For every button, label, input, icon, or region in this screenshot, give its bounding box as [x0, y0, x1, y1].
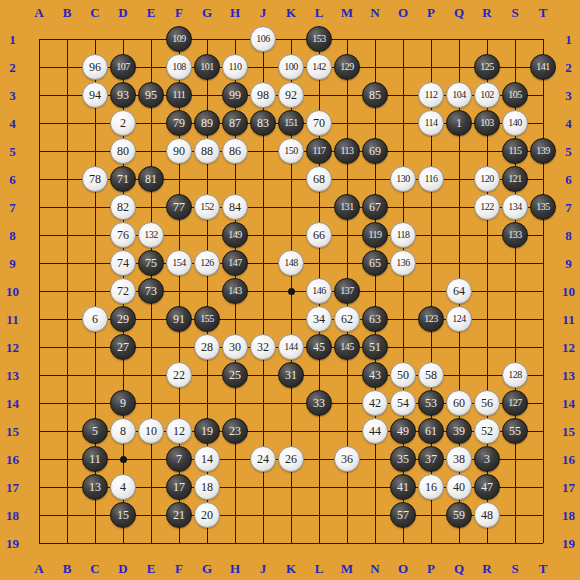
- intersection-F10[interactable]: [165, 277, 193, 305]
- intersection-J1[interactable]: 106: [249, 25, 277, 53]
- intersection-S12[interactable]: [501, 333, 529, 361]
- intersection-H9[interactable]: 147: [221, 249, 249, 277]
- intersection-H14[interactable]: [221, 389, 249, 417]
- intersection-N19[interactable]: [361, 529, 389, 557]
- intersection-T8[interactable]: [529, 221, 557, 249]
- intersection-Q1[interactable]: [445, 25, 473, 53]
- intersection-M6[interactable]: [333, 165, 361, 193]
- intersection-O5[interactable]: [389, 137, 417, 165]
- intersection-J3[interactable]: 98: [249, 81, 277, 109]
- intersection-R14[interactable]: 56: [473, 389, 501, 417]
- intersection-G13[interactable]: [193, 361, 221, 389]
- intersection-H6[interactable]: [221, 165, 249, 193]
- intersection-A13[interactable]: [25, 361, 53, 389]
- intersection-B12[interactable]: [53, 333, 81, 361]
- intersection-D1[interactable]: [109, 25, 137, 53]
- intersection-L1[interactable]: 153: [305, 25, 333, 53]
- intersection-C8[interactable]: [81, 221, 109, 249]
- intersection-P4[interactable]: 114: [417, 109, 445, 137]
- intersection-C15[interactable]: 5: [81, 417, 109, 445]
- intersection-M4[interactable]: [333, 109, 361, 137]
- intersection-T3[interactable]: [529, 81, 557, 109]
- intersection-K16[interactable]: 26: [277, 445, 305, 473]
- intersection-L10[interactable]: 146: [305, 277, 333, 305]
- intersection-L8[interactable]: 66: [305, 221, 333, 249]
- intersection-G16[interactable]: 14: [193, 445, 221, 473]
- intersection-F11[interactable]: 91: [165, 305, 193, 333]
- intersection-M14[interactable]: [333, 389, 361, 417]
- intersection-H2[interactable]: 110: [221, 53, 249, 81]
- intersection-H19[interactable]: [221, 529, 249, 557]
- intersection-G7[interactable]: 152: [193, 193, 221, 221]
- intersection-P12[interactable]: [417, 333, 445, 361]
- intersection-S19[interactable]: [501, 529, 529, 557]
- intersection-Q6[interactable]: [445, 165, 473, 193]
- intersection-L4[interactable]: 70: [305, 109, 333, 137]
- intersection-A12[interactable]: [25, 333, 53, 361]
- intersection-G11[interactable]: 155: [193, 305, 221, 333]
- intersection-N14[interactable]: 42: [361, 389, 389, 417]
- intersection-C18[interactable]: [81, 501, 109, 529]
- intersection-S18[interactable]: [501, 501, 529, 529]
- intersection-F18[interactable]: 21: [165, 501, 193, 529]
- intersection-T13[interactable]: [529, 361, 557, 389]
- intersection-M3[interactable]: [333, 81, 361, 109]
- intersection-N18[interactable]: [361, 501, 389, 529]
- intersection-J10[interactable]: [249, 277, 277, 305]
- intersection-F19[interactable]: [165, 529, 193, 557]
- intersection-C17[interactable]: 13: [81, 473, 109, 501]
- intersection-T17[interactable]: [529, 473, 557, 501]
- intersection-F6[interactable]: [165, 165, 193, 193]
- intersection-J4[interactable]: 83: [249, 109, 277, 137]
- intersection-S15[interactable]: 55: [501, 417, 529, 445]
- intersection-F5[interactable]: 90: [165, 137, 193, 165]
- intersection-T9[interactable]: [529, 249, 557, 277]
- intersection-P8[interactable]: [417, 221, 445, 249]
- intersection-P13[interactable]: 58: [417, 361, 445, 389]
- intersection-M2[interactable]: 129: [333, 53, 361, 81]
- intersection-Q2[interactable]: [445, 53, 473, 81]
- intersection-A9[interactable]: [25, 249, 53, 277]
- intersection-A8[interactable]: [25, 221, 53, 249]
- intersection-A3[interactable]: [25, 81, 53, 109]
- intersection-S9[interactable]: [501, 249, 529, 277]
- intersection-L18[interactable]: [305, 501, 333, 529]
- intersection-K15[interactable]: [277, 417, 305, 445]
- intersection-S6[interactable]: 121: [501, 165, 529, 193]
- intersection-R9[interactable]: [473, 249, 501, 277]
- intersection-N15[interactable]: 44: [361, 417, 389, 445]
- intersection-S13[interactable]: 128: [501, 361, 529, 389]
- intersection-C10[interactable]: [81, 277, 109, 305]
- intersection-H11[interactable]: [221, 305, 249, 333]
- intersection-O17[interactable]: 41: [389, 473, 417, 501]
- intersection-N9[interactable]: 65: [361, 249, 389, 277]
- intersection-G9[interactable]: 126: [193, 249, 221, 277]
- intersection-A18[interactable]: [25, 501, 53, 529]
- intersection-S3[interactable]: 105: [501, 81, 529, 109]
- intersection-R6[interactable]: 120: [473, 165, 501, 193]
- intersection-O18[interactable]: 57: [389, 501, 417, 529]
- intersection-A7[interactable]: [25, 193, 53, 221]
- intersection-B9[interactable]: [53, 249, 81, 277]
- intersection-C19[interactable]: [81, 529, 109, 557]
- intersection-J7[interactable]: [249, 193, 277, 221]
- intersection-D10[interactable]: 72: [109, 277, 137, 305]
- intersection-J14[interactable]: [249, 389, 277, 417]
- intersection-P14[interactable]: 53: [417, 389, 445, 417]
- intersection-B18[interactable]: [53, 501, 81, 529]
- intersection-D17[interactable]: 4: [109, 473, 137, 501]
- intersection-K4[interactable]: 151: [277, 109, 305, 137]
- intersection-Q4[interactable]: 1: [445, 109, 473, 137]
- intersection-Q10[interactable]: 64: [445, 277, 473, 305]
- intersection-G12[interactable]: 28: [193, 333, 221, 361]
- intersection-A17[interactable]: [25, 473, 53, 501]
- intersection-D4[interactable]: 2: [109, 109, 137, 137]
- intersection-J6[interactable]: [249, 165, 277, 193]
- intersection-R12[interactable]: [473, 333, 501, 361]
- intersection-J9[interactable]: [249, 249, 277, 277]
- intersection-C7[interactable]: [81, 193, 109, 221]
- intersection-C13[interactable]: [81, 361, 109, 389]
- intersection-A4[interactable]: [25, 109, 53, 137]
- intersection-L2[interactable]: 142: [305, 53, 333, 81]
- intersection-O14[interactable]: 54: [389, 389, 417, 417]
- intersection-O10[interactable]: [389, 277, 417, 305]
- intersection-O7[interactable]: [389, 193, 417, 221]
- intersection-P15[interactable]: 61: [417, 417, 445, 445]
- intersection-G3[interactable]: [193, 81, 221, 109]
- intersection-Q8[interactable]: [445, 221, 473, 249]
- intersection-K10[interactable]: [277, 277, 305, 305]
- intersection-K19[interactable]: [277, 529, 305, 557]
- intersection-D5[interactable]: 80: [109, 137, 137, 165]
- intersection-C11[interactable]: 6: [81, 305, 109, 333]
- intersection-N6[interactable]: [361, 165, 389, 193]
- intersection-R5[interactable]: [473, 137, 501, 165]
- intersection-D3[interactable]: 93: [109, 81, 137, 109]
- intersection-T18[interactable]: [529, 501, 557, 529]
- intersection-E17[interactable]: [137, 473, 165, 501]
- intersection-E3[interactable]: 95: [137, 81, 165, 109]
- intersection-N12[interactable]: 51: [361, 333, 389, 361]
- intersection-A14[interactable]: [25, 389, 53, 417]
- intersection-Q7[interactable]: [445, 193, 473, 221]
- intersection-R11[interactable]: [473, 305, 501, 333]
- intersection-N4[interactable]: [361, 109, 389, 137]
- intersection-C9[interactable]: [81, 249, 109, 277]
- intersection-T11[interactable]: [529, 305, 557, 333]
- intersection-T4[interactable]: [529, 109, 557, 137]
- intersection-D11[interactable]: 29: [109, 305, 137, 333]
- intersection-O8[interactable]: 118: [389, 221, 417, 249]
- intersection-D19[interactable]: [109, 529, 137, 557]
- intersection-P11[interactable]: 123: [417, 305, 445, 333]
- intersection-C4[interactable]: [81, 109, 109, 137]
- intersection-H10[interactable]: 143: [221, 277, 249, 305]
- intersection-L11[interactable]: 34: [305, 305, 333, 333]
- intersection-Q12[interactable]: [445, 333, 473, 361]
- intersection-M15[interactable]: [333, 417, 361, 445]
- intersection-P9[interactable]: [417, 249, 445, 277]
- intersection-M10[interactable]: 137: [333, 277, 361, 305]
- intersection-J8[interactable]: [249, 221, 277, 249]
- intersection-M11[interactable]: 62: [333, 305, 361, 333]
- intersection-H1[interactable]: [221, 25, 249, 53]
- intersection-O3[interactable]: [389, 81, 417, 109]
- intersection-M9[interactable]: [333, 249, 361, 277]
- intersection-S14[interactable]: 127: [501, 389, 529, 417]
- intersection-L9[interactable]: [305, 249, 333, 277]
- intersection-K18[interactable]: [277, 501, 305, 529]
- intersection-H8[interactable]: 149: [221, 221, 249, 249]
- intersection-T15[interactable]: [529, 417, 557, 445]
- intersection-K7[interactable]: [277, 193, 305, 221]
- intersection-B11[interactable]: [53, 305, 81, 333]
- intersection-P7[interactable]: [417, 193, 445, 221]
- intersection-R16[interactable]: 3: [473, 445, 501, 473]
- intersection-O15[interactable]: 49: [389, 417, 417, 445]
- intersection-B6[interactable]: [53, 165, 81, 193]
- intersection-L14[interactable]: 33: [305, 389, 333, 417]
- intersection-D12[interactable]: 27: [109, 333, 137, 361]
- intersection-G1[interactable]: [193, 25, 221, 53]
- intersection-J11[interactable]: [249, 305, 277, 333]
- intersection-R19[interactable]: [473, 529, 501, 557]
- intersection-J17[interactable]: [249, 473, 277, 501]
- intersection-M17[interactable]: [333, 473, 361, 501]
- intersection-L3[interactable]: [305, 81, 333, 109]
- intersection-G8[interactable]: [193, 221, 221, 249]
- intersection-J19[interactable]: [249, 529, 277, 557]
- intersection-O9[interactable]: 136: [389, 249, 417, 277]
- intersection-R13[interactable]: [473, 361, 501, 389]
- intersection-B2[interactable]: [53, 53, 81, 81]
- intersection-N17[interactable]: [361, 473, 389, 501]
- intersection-R8[interactable]: [473, 221, 501, 249]
- intersection-Q15[interactable]: 39: [445, 417, 473, 445]
- intersection-O11[interactable]: [389, 305, 417, 333]
- intersection-D13[interactable]: [109, 361, 137, 389]
- intersection-M16[interactable]: 36: [333, 445, 361, 473]
- intersection-B10[interactable]: [53, 277, 81, 305]
- intersection-C14[interactable]: [81, 389, 109, 417]
- intersection-L13[interactable]: [305, 361, 333, 389]
- intersection-G15[interactable]: 19: [193, 417, 221, 445]
- intersection-L15[interactable]: [305, 417, 333, 445]
- intersection-H7[interactable]: 84: [221, 193, 249, 221]
- intersection-J18[interactable]: [249, 501, 277, 529]
- intersection-S8[interactable]: 133: [501, 221, 529, 249]
- intersection-M7[interactable]: 131: [333, 193, 361, 221]
- intersection-N16[interactable]: [361, 445, 389, 473]
- intersection-S2[interactable]: [501, 53, 529, 81]
- intersection-T16[interactable]: [529, 445, 557, 473]
- intersection-K5[interactable]: 150: [277, 137, 305, 165]
- intersection-N2[interactable]: [361, 53, 389, 81]
- intersection-E13[interactable]: [137, 361, 165, 389]
- intersection-A10[interactable]: [25, 277, 53, 305]
- intersection-S1[interactable]: [501, 25, 529, 53]
- intersection-C3[interactable]: 94: [81, 81, 109, 109]
- intersection-N3[interactable]: 85: [361, 81, 389, 109]
- intersection-B15[interactable]: [53, 417, 81, 445]
- intersection-K8[interactable]: [277, 221, 305, 249]
- intersection-G14[interactable]: [193, 389, 221, 417]
- intersection-E11[interactable]: [137, 305, 165, 333]
- intersection-H18[interactable]: [221, 501, 249, 529]
- intersection-E8[interactable]: 132: [137, 221, 165, 249]
- intersection-M19[interactable]: [333, 529, 361, 557]
- intersection-S7[interactable]: 134: [501, 193, 529, 221]
- intersection-B19[interactable]: [53, 529, 81, 557]
- intersection-E14[interactable]: [137, 389, 165, 417]
- intersection-H15[interactable]: 23: [221, 417, 249, 445]
- intersection-G2[interactable]: 101: [193, 53, 221, 81]
- intersection-E12[interactable]: [137, 333, 165, 361]
- intersection-P6[interactable]: 116: [417, 165, 445, 193]
- intersection-L12[interactable]: 45: [305, 333, 333, 361]
- intersection-R1[interactable]: [473, 25, 501, 53]
- intersection-L7[interactable]: [305, 193, 333, 221]
- intersection-T2[interactable]: 141: [529, 53, 557, 81]
- intersection-G4[interactable]: 89: [193, 109, 221, 137]
- intersection-D16[interactable]: [109, 445, 137, 473]
- intersection-J16[interactable]: 24: [249, 445, 277, 473]
- intersection-A16[interactable]: [25, 445, 53, 473]
- intersection-P19[interactable]: [417, 529, 445, 557]
- intersection-T10[interactable]: [529, 277, 557, 305]
- intersection-C1[interactable]: [81, 25, 109, 53]
- intersection-A5[interactable]: [25, 137, 53, 165]
- intersection-P10[interactable]: [417, 277, 445, 305]
- intersection-M18[interactable]: [333, 501, 361, 529]
- intersection-T1[interactable]: [529, 25, 557, 53]
- intersection-R18[interactable]: 48: [473, 501, 501, 529]
- intersection-Q5[interactable]: [445, 137, 473, 165]
- intersection-B8[interactable]: [53, 221, 81, 249]
- intersection-C16[interactable]: 11: [81, 445, 109, 473]
- intersection-K2[interactable]: 100: [277, 53, 305, 81]
- intersection-O13[interactable]: 50: [389, 361, 417, 389]
- intersection-C6[interactable]: 78: [81, 165, 109, 193]
- intersection-Q11[interactable]: 124: [445, 305, 473, 333]
- intersection-E15[interactable]: 10: [137, 417, 165, 445]
- intersection-A6[interactable]: [25, 165, 53, 193]
- intersection-F4[interactable]: 79: [165, 109, 193, 137]
- intersection-N5[interactable]: 69: [361, 137, 389, 165]
- intersection-K12[interactable]: 144: [277, 333, 305, 361]
- intersection-A19[interactable]: [25, 529, 53, 557]
- intersection-H12[interactable]: 30: [221, 333, 249, 361]
- intersection-D7[interactable]: 82: [109, 193, 137, 221]
- intersection-A1[interactable]: [25, 25, 53, 53]
- intersection-J12[interactable]: 32: [249, 333, 277, 361]
- intersection-N8[interactable]: 119: [361, 221, 389, 249]
- intersection-E19[interactable]: [137, 529, 165, 557]
- intersection-D18[interactable]: 15: [109, 501, 137, 529]
- intersection-R10[interactable]: [473, 277, 501, 305]
- intersection-O19[interactable]: [389, 529, 417, 557]
- intersection-G6[interactable]: [193, 165, 221, 193]
- intersection-G10[interactable]: [193, 277, 221, 305]
- intersection-N7[interactable]: 67: [361, 193, 389, 221]
- intersection-M8[interactable]: [333, 221, 361, 249]
- intersection-F16[interactable]: 7: [165, 445, 193, 473]
- intersection-F9[interactable]: 154: [165, 249, 193, 277]
- intersection-K14[interactable]: [277, 389, 305, 417]
- intersection-F13[interactable]: 22: [165, 361, 193, 389]
- intersection-R3[interactable]: 102: [473, 81, 501, 109]
- intersection-K13[interactable]: 31: [277, 361, 305, 389]
- intersection-E18[interactable]: [137, 501, 165, 529]
- intersection-Q3[interactable]: 104: [445, 81, 473, 109]
- intersection-D2[interactable]: 107: [109, 53, 137, 81]
- intersection-Q14[interactable]: 60: [445, 389, 473, 417]
- intersection-P16[interactable]: 37: [417, 445, 445, 473]
- intersection-N11[interactable]: 63: [361, 305, 389, 333]
- intersection-K1[interactable]: [277, 25, 305, 53]
- intersection-Q16[interactable]: 38: [445, 445, 473, 473]
- intersection-T19[interactable]: [529, 529, 557, 557]
- intersection-K9[interactable]: 148: [277, 249, 305, 277]
- intersection-D15[interactable]: 8: [109, 417, 137, 445]
- intersection-L16[interactable]: [305, 445, 333, 473]
- intersection-P5[interactable]: [417, 137, 445, 165]
- intersection-R4[interactable]: 103: [473, 109, 501, 137]
- intersection-T7[interactable]: 135: [529, 193, 557, 221]
- intersection-F15[interactable]: 12: [165, 417, 193, 445]
- intersection-R17[interactable]: 47: [473, 473, 501, 501]
- intersection-E5[interactable]: [137, 137, 165, 165]
- intersection-B14[interactable]: [53, 389, 81, 417]
- intersection-A2[interactable]: [25, 53, 53, 81]
- intersection-D8[interactable]: 76: [109, 221, 137, 249]
- intersection-J15[interactable]: [249, 417, 277, 445]
- intersection-E16[interactable]: [137, 445, 165, 473]
- intersection-G18[interactable]: 20: [193, 501, 221, 529]
- intersection-E1[interactable]: [137, 25, 165, 53]
- intersection-J5[interactable]: [249, 137, 277, 165]
- intersection-H4[interactable]: 87: [221, 109, 249, 137]
- intersection-O12[interactable]: [389, 333, 417, 361]
- intersection-M5[interactable]: 113: [333, 137, 361, 165]
- intersection-A11[interactable]: [25, 305, 53, 333]
- intersection-F7[interactable]: 77: [165, 193, 193, 221]
- intersection-L5[interactable]: 117: [305, 137, 333, 165]
- intersection-T12[interactable]: [529, 333, 557, 361]
- intersection-L6[interactable]: 68: [305, 165, 333, 193]
- intersection-P3[interactable]: 112: [417, 81, 445, 109]
- intersection-Q13[interactable]: [445, 361, 473, 389]
- intersection-B1[interactable]: [53, 25, 81, 53]
- intersection-H5[interactable]: 86: [221, 137, 249, 165]
- intersection-E7[interactable]: [137, 193, 165, 221]
- intersection-O6[interactable]: 130: [389, 165, 417, 193]
- intersection-Q18[interactable]: 59: [445, 501, 473, 529]
- intersection-S10[interactable]: [501, 277, 529, 305]
- intersection-B5[interactable]: [53, 137, 81, 165]
- intersection-D14[interactable]: 9: [109, 389, 137, 417]
- intersection-F8[interactable]: [165, 221, 193, 249]
- intersection-H3[interactable]: 99: [221, 81, 249, 109]
- intersection-F17[interactable]: 17: [165, 473, 193, 501]
- intersection-M13[interactable]: [333, 361, 361, 389]
- intersection-O2[interactable]: [389, 53, 417, 81]
- intersection-E6[interactable]: 81: [137, 165, 165, 193]
